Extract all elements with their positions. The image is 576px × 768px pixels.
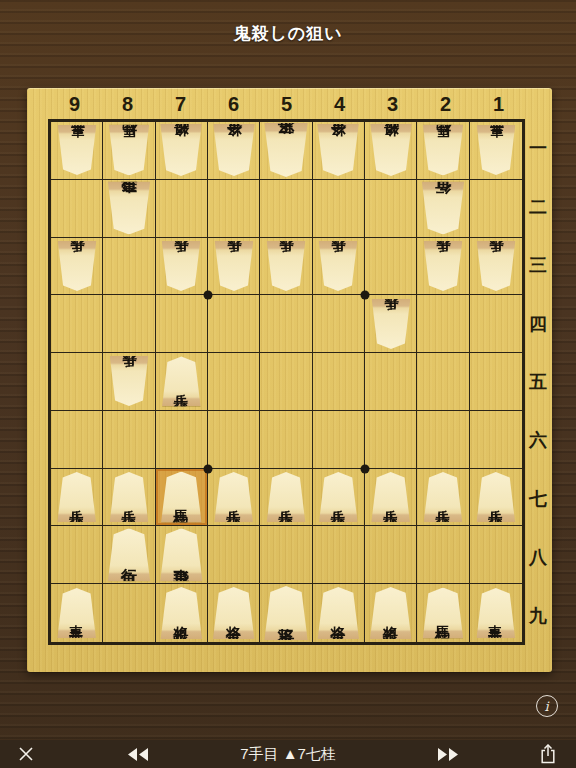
board-square-3-2[interactable]: [365, 180, 417, 238]
close-icon: [18, 746, 34, 762]
shogi-piece-sente-knight[interactable]: 桂馬: [421, 588, 464, 639]
board-square-6-8[interactable]: [208, 526, 260, 584]
board-square-4-5[interactable]: [313, 353, 365, 411]
board-square-8-5[interactable]: 歩兵: [103, 353, 155, 411]
rank-label: 二: [524, 195, 552, 219]
piece-kanji: 飛車: [173, 552, 189, 557]
board-square-8-7[interactable]: 歩兵: [103, 469, 155, 527]
board-square-1-9[interactable]: 香車: [470, 584, 522, 642]
board-square-2-5[interactable]: [417, 353, 469, 411]
board-square-1-5[interactable]: [470, 353, 522, 411]
shogi-board: 987654321 一二三四五六七八九 香車桂馬銀将金将王将金将銀将桂馬香車飛車…: [27, 88, 552, 672]
board-square-8-1[interactable]: 桂馬: [103, 122, 155, 180]
shogi-piece-sente-silver[interactable]: 銀将: [159, 587, 203, 639]
shogi-piece-gote-silver[interactable]: 銀将: [159, 124, 203, 176]
file-label: 7: [154, 93, 207, 116]
board-square-3-1[interactable]: 銀将: [365, 122, 417, 180]
board-square-5-7[interactable]: 歩兵: [260, 469, 312, 527]
shogi-piece-sente-pawn[interactable]: 歩兵: [213, 472, 254, 522]
board-square-8-8[interactable]: 角行: [103, 526, 155, 584]
board-square-5-8[interactable]: [260, 526, 312, 584]
board-square-9-9[interactable]: 香車: [51, 584, 103, 642]
rank-label: 九: [524, 604, 552, 628]
rank-label: 七: [524, 487, 552, 511]
board-square-9-7[interactable]: 歩兵: [51, 469, 103, 527]
shogi-piece-gote-pawn[interactable]: 歩兵: [318, 241, 359, 291]
board-square-3-6[interactable]: [365, 411, 417, 469]
piece-kanji: 香車: [489, 148, 503, 153]
board-square-5-3[interactable]: 歩兵: [260, 238, 312, 296]
shogi-piece-gote-pawn[interactable]: 歩兵: [265, 241, 306, 291]
board-square-6-4[interactable]: [208, 295, 260, 353]
piece-kanji: 玉将: [277, 611, 294, 616]
shogi-piece-gote-knight[interactable]: 桂馬: [421, 125, 464, 176]
shogi-piece-gote-lance[interactable]: 香車: [475, 125, 516, 175]
board-square-6-1[interactable]: 金将: [208, 122, 260, 180]
shogi-piece-gote-pawn[interactable]: 歩兵: [370, 299, 411, 349]
shogi-piece-sente-gold[interactable]: 金将: [316, 587, 360, 639]
piece-kanji: 銀将: [383, 148, 398, 153]
board-square-8-4[interactable]: [103, 295, 155, 353]
piece-kanji: 歩兵: [279, 263, 293, 268]
piece-kanji: 歩兵: [174, 379, 188, 384]
board-square-3-9[interactable]: 銀将: [365, 584, 417, 642]
board-square-5-5[interactable]: [260, 353, 312, 411]
piece-kanji: 銀将: [174, 148, 189, 153]
board-square-7-7[interactable]: 桂馬: [156, 469, 208, 527]
board-square-8-2[interactable]: 飛車: [103, 180, 155, 238]
piece-kanji: 歩兵: [227, 495, 241, 500]
piece-kanji: 歩兵: [279, 495, 293, 500]
board-square-5-4[interactable]: [260, 295, 312, 353]
piece-kanji: 歩兵: [227, 263, 241, 268]
piece-kanji: 桂馬: [174, 495, 189, 500]
piece-kanji: 飛車: [121, 206, 137, 211]
piece-kanji: 金将: [331, 611, 346, 616]
piece-kanji: 角行: [435, 206, 451, 211]
board-square-6-2[interactable]: [208, 180, 260, 238]
piece-kanji: 歩兵: [122, 495, 136, 500]
board-square-7-6[interactable]: [156, 411, 208, 469]
rewind-icon: [126, 747, 150, 762]
forward-button[interactable]: [428, 740, 468, 768]
info-button[interactable]: i: [536, 695, 558, 717]
board-square-3-3[interactable]: [365, 238, 417, 296]
hoshi-dot: [204, 465, 213, 474]
piece-kanji: 歩兵: [436, 495, 450, 500]
board-square-7-4[interactable]: [156, 295, 208, 353]
board-square-3-7[interactable]: 歩兵: [365, 469, 417, 527]
rank-label: 三: [524, 253, 552, 277]
piece-kanji: 角行: [121, 552, 137, 557]
share-icon: [539, 744, 557, 764]
file-label: 6: [207, 93, 260, 116]
hoshi-dot: [361, 291, 370, 300]
file-label: 1: [472, 93, 525, 116]
shogi-piece-gote-pawn[interactable]: 歩兵: [161, 241, 202, 291]
board-square-2-4[interactable]: [417, 295, 469, 353]
rank-label: 四: [524, 312, 552, 336]
close-button[interactable]: [10, 740, 42, 768]
board-square-9-4[interactable]: [51, 295, 103, 353]
shogi-piece-sente-silver[interactable]: 銀将: [369, 587, 413, 639]
board-square-7-9[interactable]: 銀将: [156, 584, 208, 642]
board-square-8-9[interactable]: [103, 584, 155, 642]
move-label: 7手目 ▲7七桂: [0, 745, 576, 764]
shogi-piece-gote-lance[interactable]: 香車: [56, 125, 97, 175]
piece-kanji: 香車: [489, 611, 503, 616]
rank-labels: 一二三四五六七八九: [524, 119, 552, 645]
hoshi-dot: [204, 291, 213, 300]
board-square-4-8[interactable]: [313, 526, 365, 584]
board-square-9-6[interactable]: [51, 411, 103, 469]
board-square-1-4[interactable]: [470, 295, 522, 353]
shogi-piece-gote-knight[interactable]: 桂馬: [107, 125, 150, 176]
board-square-7-1[interactable]: 銀将: [156, 122, 208, 180]
piece-kanji: 歩兵: [489, 495, 503, 500]
board-square-6-7[interactable]: 歩兵: [208, 469, 260, 527]
board-square-4-6[interactable]: [313, 411, 365, 469]
shogi-piece-gote-pawn[interactable]: 歩兵: [56, 241, 97, 291]
shogi-piece-gote-pawn[interactable]: 歩兵: [108, 356, 149, 406]
board-square-8-3[interactable]: [103, 238, 155, 296]
board-square-6-9[interactable]: 金将: [208, 584, 260, 642]
piece-kanji: 香車: [70, 148, 84, 153]
shogi-piece-sente-pawn[interactable]: 歩兵: [475, 472, 516, 522]
board-square-2-1[interactable]: 桂馬: [417, 122, 469, 180]
shogi-piece-sente-pawn[interactable]: 歩兵: [422, 472, 463, 522]
shogi-piece-gote-pawn[interactable]: 歩兵: [475, 241, 516, 291]
board-square-2-2[interactable]: 角行: [417, 180, 469, 238]
board-square-7-2[interactable]: [156, 180, 208, 238]
piece-kanji: 桂馬: [121, 148, 136, 153]
board-square-3-5[interactable]: [365, 353, 417, 411]
shogi-piece-sente-pawn[interactable]: 歩兵: [161, 356, 202, 406]
shogi-piece-gote-king[interactable]: 王将: [263, 123, 309, 177]
board-square-1-6[interactable]: [470, 411, 522, 469]
file-label: 3: [366, 93, 419, 116]
board-square-7-3[interactable]: 歩兵: [156, 238, 208, 296]
file-label: 8: [101, 93, 154, 116]
bottom-toolbar: 7手目 ▲7七桂: [0, 740, 576, 768]
file-label: 2: [419, 93, 472, 116]
shogi-piece-gote-pawn[interactable]: 歩兵: [422, 241, 463, 291]
board-square-5-9[interactable]: 玉将: [260, 584, 312, 642]
board-square-1-1[interactable]: 香車: [470, 122, 522, 180]
piece-kanji: 金将: [331, 148, 346, 153]
board-square-2-7[interactable]: 歩兵: [417, 469, 469, 527]
file-label: 5: [260, 93, 313, 116]
info-icon: i: [544, 700, 549, 713]
hoshi-dot: [361, 465, 370, 474]
piece-kanji: 王将: [277, 148, 294, 153]
piece-kanji: 歩兵: [436, 263, 450, 268]
piece-kanji: 銀将: [383, 611, 398, 616]
piece-kanji: 歩兵: [384, 495, 398, 500]
shogi-piece-gote-silver[interactable]: 銀将: [369, 124, 413, 176]
board-square-9-1[interactable]: 香車: [51, 122, 103, 180]
piece-kanji: 香車: [70, 611, 84, 616]
shogi-piece-sente-gold[interactable]: 金将: [212, 587, 256, 639]
rank-label: 六: [524, 428, 552, 452]
piece-kanji: 歩兵: [331, 263, 345, 268]
board-square-6-5[interactable]: [208, 353, 260, 411]
board-square-8-6[interactable]: [103, 411, 155, 469]
board-square-3-8[interactable]: [365, 526, 417, 584]
board-square-3-4[interactable]: 歩兵: [365, 295, 417, 353]
shogi-piece-sente-pawn[interactable]: 歩兵: [318, 472, 359, 522]
board-grid: 香車桂馬銀将金将王将金将銀将桂馬香車飛車角行歩兵歩兵歩兵歩兵歩兵歩兵歩兵歩兵歩兵…: [48, 119, 525, 645]
board-square-9-5[interactable]: [51, 353, 103, 411]
board-square-1-7[interactable]: 歩兵: [470, 469, 522, 527]
rank-label: 一: [524, 136, 552, 160]
shogi-piece-sente-pawn[interactable]: 歩兵: [108, 472, 149, 522]
board-square-7-8[interactable]: 飛車: [156, 526, 208, 584]
shogi-piece-sente-pawn[interactable]: 歩兵: [370, 472, 411, 522]
shogi-piece-sente-pawn[interactable]: 歩兵: [265, 472, 306, 522]
board-square-4-7[interactable]: 歩兵: [313, 469, 365, 527]
shogi-piece-sente-lance[interactable]: 香車: [475, 588, 516, 638]
board-square-2-9[interactable]: 桂馬: [417, 584, 469, 642]
piece-kanji: 桂馬: [435, 148, 450, 153]
shogi-piece-gote-gold[interactable]: 金将: [212, 124, 256, 176]
board-square-6-6[interactable]: [208, 411, 260, 469]
piece-kanji: 歩兵: [331, 495, 345, 500]
forward-icon: [436, 747, 460, 762]
shogi-piece-gote-pawn[interactable]: 歩兵: [213, 241, 254, 291]
piece-kanji: 金将: [226, 611, 241, 616]
board-square-7-5[interactable]: 歩兵: [156, 353, 208, 411]
board-square-4-9[interactable]: 金将: [313, 584, 365, 642]
board-square-6-3[interactable]: 歩兵: [208, 238, 260, 296]
board-square-2-6[interactable]: [417, 411, 469, 469]
shogi-piece-sente-lance[interactable]: 香車: [56, 588, 97, 638]
board-square-9-2[interactable]: [51, 180, 103, 238]
board-square-4-4[interactable]: [313, 295, 365, 353]
shogi-piece-sente-knight[interactable]: 桂馬: [160, 472, 203, 523]
rank-label: 五: [524, 370, 552, 394]
board-square-4-1[interactable]: 金将: [313, 122, 365, 180]
shogi-piece-sente-pawn[interactable]: 歩兵: [56, 472, 97, 522]
board-square-2-3[interactable]: 歩兵: [417, 238, 469, 296]
shogi-piece-gote-bishop[interactable]: 角行: [420, 182, 465, 235]
rank-label: 八: [524, 545, 552, 569]
shogi-piece-sente-bishop[interactable]: 角行: [106, 528, 151, 581]
board-square-2-8[interactable]: [417, 526, 469, 584]
shogi-piece-gote-gold[interactable]: 金将: [316, 124, 360, 176]
piece-kanji: 金将: [226, 148, 241, 153]
board-square-1-8[interactable]: [470, 526, 522, 584]
shogi-piece-gote-rook[interactable]: 飛車: [106, 182, 151, 235]
board-square-1-3[interactable]: 歩兵: [470, 238, 522, 296]
piece-kanji: 歩兵: [70, 263, 84, 268]
file-label: 4: [313, 93, 366, 116]
piece-kanji: 歩兵: [122, 379, 136, 384]
page-title: 鬼殺しの狙い: [0, 22, 576, 45]
board-square-9-8[interactable]: [51, 526, 103, 584]
board-square-9-3[interactable]: 歩兵: [51, 238, 103, 296]
board-square-4-3[interactable]: 歩兵: [313, 238, 365, 296]
board-square-5-2[interactable]: [260, 180, 312, 238]
board-square-5-1[interactable]: 王将: [260, 122, 312, 180]
rewind-button[interactable]: [118, 740, 158, 768]
piece-kanji: 桂馬: [435, 611, 450, 616]
board-square-4-2[interactable]: [313, 180, 365, 238]
shogi-piece-sente-king[interactable]: 玉将: [263, 586, 309, 640]
piece-kanji: 歩兵: [174, 263, 188, 268]
file-label: 9: [48, 93, 101, 116]
piece-kanji: 歩兵: [384, 321, 398, 326]
share-button[interactable]: [532, 740, 564, 768]
board-square-1-2[interactable]: [470, 180, 522, 238]
file-labels: 987654321: [48, 90, 525, 118]
board-square-5-6[interactable]: [260, 411, 312, 469]
piece-kanji: 歩兵: [489, 263, 503, 268]
piece-kanji: 銀将: [174, 611, 189, 616]
shogi-piece-sente-rook[interactable]: 飛車: [159, 528, 204, 581]
piece-kanji: 歩兵: [70, 495, 84, 500]
